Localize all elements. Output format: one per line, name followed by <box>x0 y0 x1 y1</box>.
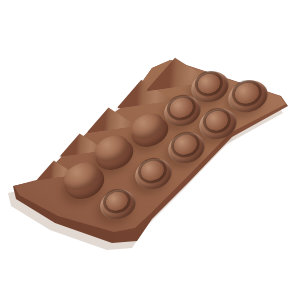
mold-cavities <box>0 0 300 300</box>
product-photo-stage <box>0 0 300 300</box>
